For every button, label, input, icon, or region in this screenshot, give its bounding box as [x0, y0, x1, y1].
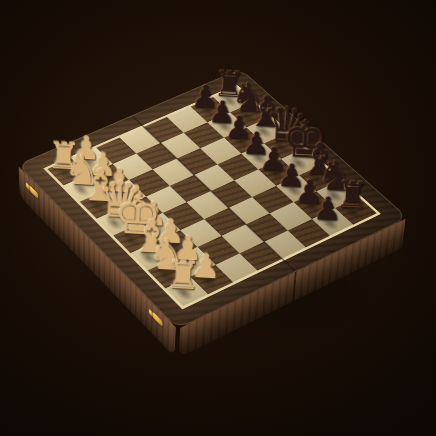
photo-canvas: ♜♞♝♛♚♝♞♜♟♟♟♟♟♟♟♟♟♟♟♟♟♟♟♟♜♞♝♛♚♝♞♜ [0, 0, 436, 436]
board-top-face: ♜♞♝♛♚♝♞♜♟♟♟♟♟♟♟♟♟♟♟♟♟♟♟♟♜♞♝♛♚♝♞♜ [17, 69, 408, 329]
chess-board: ♜♞♝♛♚♝♞♜♟♟♟♟♟♟♟♟♟♟♟♟♟♟♟♟♜♞♝♛♚♝♞♜ [17, 69, 408, 329]
fold-seam-side [293, 271, 297, 301]
square-f4 [204, 208, 246, 236]
brass-latch-left [29, 184, 38, 199]
scene-stage: ♜♞♝♛♚♝♞♜♟♟♟♟♟♟♟♟♟♟♟♟♟♟♟♟♜♞♝♛♚♝♞♜ [0, 0, 436, 436]
black-pawn: ♟ [311, 191, 343, 225]
brass-latch-bottom [152, 311, 162, 327]
white-rook: ♜ [165, 255, 198, 295]
